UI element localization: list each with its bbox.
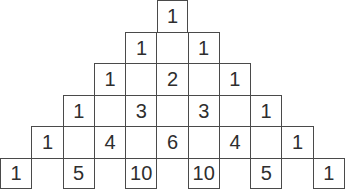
value-cell-r1c1: 1 xyxy=(158,1,187,32)
value-cell-r5c7: 4 xyxy=(220,127,251,158)
row-1: 1 xyxy=(157,0,188,33)
empty-cell-r6c8 xyxy=(220,159,251,190)
empty-cell-r5c6 xyxy=(189,127,220,158)
value-cell-r6c1: 1 xyxy=(1,159,32,190)
value-cell-r4c1: 1 xyxy=(64,96,95,127)
figure: 11112113311464115101051 xyxy=(0,0,345,189)
empty-cell-r4c6 xyxy=(220,96,251,127)
empty-cell-r4c2 xyxy=(95,96,126,127)
value-cell-r5c5: 6 xyxy=(157,127,188,158)
empty-cell-r3c4 xyxy=(189,64,220,95)
value-cell-r4c7: 1 xyxy=(251,96,281,127)
value-cell-r5c9: 1 xyxy=(282,127,312,158)
value-cell-r2c1: 1 xyxy=(126,33,157,64)
empty-cell-r6c2 xyxy=(32,159,63,190)
row-4: 1331 xyxy=(63,95,283,128)
value-cell-r4c3: 3 xyxy=(126,96,157,127)
row-5: 14641 xyxy=(31,126,313,159)
row-3: 121 xyxy=(94,63,251,96)
value-cell-r5c1: 1 xyxy=(32,127,63,158)
value-cell-r6c7: 10 xyxy=(189,159,220,190)
value-cell-r2c3: 1 xyxy=(189,33,219,64)
empty-cell-r6c10 xyxy=(282,159,313,190)
value-cell-r3c1: 1 xyxy=(95,64,126,95)
empty-cell-r5c4 xyxy=(126,127,157,158)
value-cell-r3c5: 1 xyxy=(220,64,250,95)
pascals-triangle-board: 11112113311464115101051 xyxy=(0,0,345,189)
empty-cell-r6c6 xyxy=(157,159,188,190)
value-cell-r4c5: 3 xyxy=(189,96,220,127)
empty-cell-r5c8 xyxy=(251,127,282,158)
empty-cell-r3c2 xyxy=(126,64,157,95)
row-2: 11 xyxy=(125,32,219,65)
value-cell-r6c9: 5 xyxy=(251,159,282,190)
row-6: 15101051 xyxy=(0,158,345,190)
value-cell-r6c3: 5 xyxy=(64,159,95,190)
value-cell-r3c3: 2 xyxy=(157,64,188,95)
empty-cell-r6c4 xyxy=(95,159,126,190)
empty-cell-r5c2 xyxy=(64,127,95,158)
empty-cell-r4c4 xyxy=(157,96,188,127)
empty-cell-r2c2 xyxy=(157,33,188,64)
value-cell-r6c5: 10 xyxy=(126,159,157,190)
value-cell-r6c11: 1 xyxy=(314,159,344,190)
value-cell-r5c3: 4 xyxy=(95,127,126,158)
